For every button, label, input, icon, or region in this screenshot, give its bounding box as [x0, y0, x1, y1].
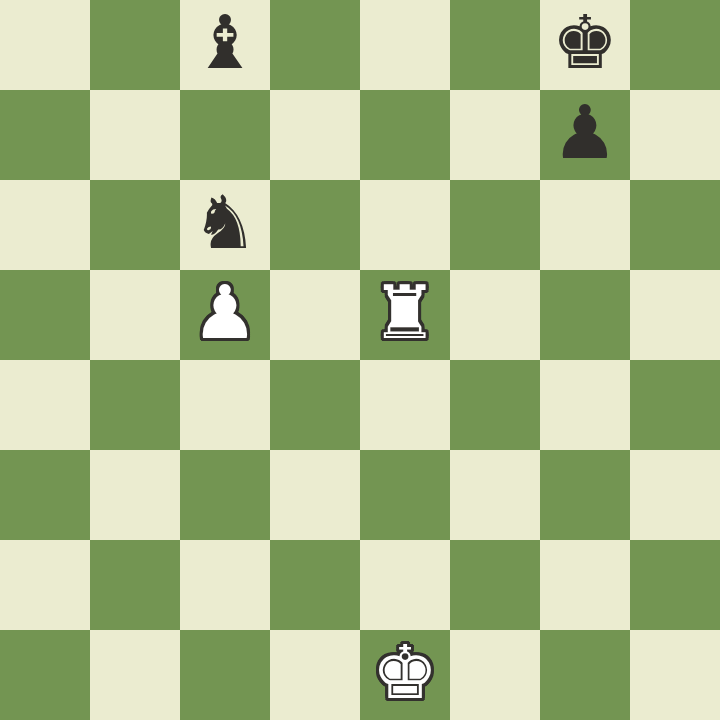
- square-f8[interactable]: [450, 0, 540, 90]
- square-g1[interactable]: [540, 630, 630, 720]
- square-c3[interactable]: [180, 450, 270, 540]
- square-d3[interactable]: [270, 450, 360, 540]
- piece-black-bishop[interactable]: ♝: [192, 0, 258, 87]
- square-f6[interactable]: [450, 180, 540, 270]
- square-c2[interactable]: [180, 540, 270, 630]
- square-d2[interactable]: [270, 540, 360, 630]
- square-f2[interactable]: [450, 540, 540, 630]
- square-e6[interactable]: [360, 180, 450, 270]
- square-h2[interactable]: [630, 540, 720, 630]
- square-f1[interactable]: [450, 630, 540, 720]
- square-g5[interactable]: [540, 270, 630, 360]
- piece-black-pawn[interactable]: ♟: [552, 87, 618, 177]
- square-h7[interactable]: [630, 90, 720, 180]
- square-a1[interactable]: [0, 630, 90, 720]
- square-e1[interactable]: ♚: [360, 630, 450, 720]
- square-h3[interactable]: [630, 450, 720, 540]
- piece-white-king[interactable]: ♚: [372, 627, 438, 717]
- square-d5[interactable]: [270, 270, 360, 360]
- square-g2[interactable]: [540, 540, 630, 630]
- chess-board: ♝♚♟♞♟♜♚: [0, 0, 720, 720]
- square-f4[interactable]: [450, 360, 540, 450]
- square-g3[interactable]: [540, 450, 630, 540]
- square-c4[interactable]: [180, 360, 270, 450]
- square-b1[interactable]: [90, 630, 180, 720]
- square-b4[interactable]: [90, 360, 180, 450]
- square-g4[interactable]: [540, 360, 630, 450]
- square-d6[interactable]: [270, 180, 360, 270]
- square-b2[interactable]: [90, 540, 180, 630]
- square-g8[interactable]: ♚: [540, 0, 630, 90]
- square-a2[interactable]: [0, 540, 90, 630]
- square-b8[interactable]: [90, 0, 180, 90]
- square-g6[interactable]: [540, 180, 630, 270]
- piece-white-rook[interactable]: ♜: [372, 267, 438, 357]
- square-g7[interactable]: ♟: [540, 90, 630, 180]
- square-c6[interactable]: ♞: [180, 180, 270, 270]
- square-e5[interactable]: ♜: [360, 270, 450, 360]
- square-d7[interactable]: [270, 90, 360, 180]
- square-a8[interactable]: [0, 0, 90, 90]
- square-d1[interactable]: [270, 630, 360, 720]
- square-a4[interactable]: [0, 360, 90, 450]
- square-a6[interactable]: [0, 180, 90, 270]
- square-f7[interactable]: [450, 90, 540, 180]
- square-a5[interactable]: [0, 270, 90, 360]
- square-a7[interactable]: [0, 90, 90, 180]
- square-h1[interactable]: [630, 630, 720, 720]
- square-e4[interactable]: [360, 360, 450, 450]
- square-e2[interactable]: [360, 540, 450, 630]
- piece-black-knight[interactable]: ♞: [192, 177, 258, 267]
- square-c5[interactable]: ♟: [180, 270, 270, 360]
- square-b6[interactable]: [90, 180, 180, 270]
- square-b7[interactable]: [90, 90, 180, 180]
- square-f3[interactable]: [450, 450, 540, 540]
- square-h6[interactable]: [630, 180, 720, 270]
- square-h5[interactable]: [630, 270, 720, 360]
- piece-black-king[interactable]: ♚: [552, 0, 618, 87]
- square-e3[interactable]: [360, 450, 450, 540]
- square-e7[interactable]: [360, 90, 450, 180]
- square-f5[interactable]: [450, 270, 540, 360]
- square-a3[interactable]: [0, 450, 90, 540]
- piece-white-pawn[interactable]: ♟: [192, 267, 258, 357]
- square-e8[interactable]: [360, 0, 450, 90]
- square-h4[interactable]: [630, 360, 720, 450]
- square-b3[interactable]: [90, 450, 180, 540]
- square-b5[interactable]: [90, 270, 180, 360]
- square-h8[interactable]: [630, 0, 720, 90]
- square-c7[interactable]: [180, 90, 270, 180]
- square-c1[interactable]: [180, 630, 270, 720]
- square-d4[interactable]: [270, 360, 360, 450]
- square-d8[interactable]: [270, 0, 360, 90]
- square-c8[interactable]: ♝: [180, 0, 270, 90]
